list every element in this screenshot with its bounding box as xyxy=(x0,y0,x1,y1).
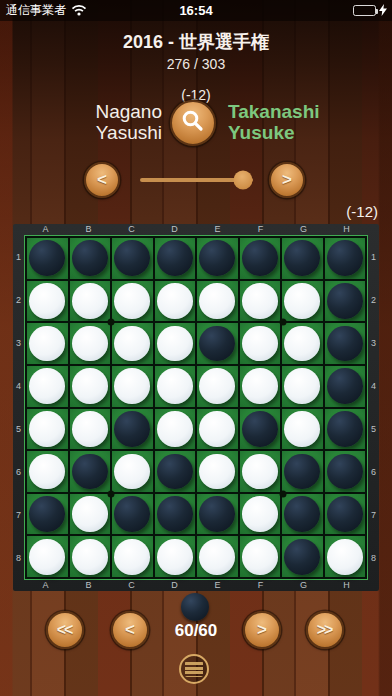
black-disc xyxy=(327,411,363,447)
black-disc xyxy=(284,240,320,276)
board-cell-c7[interactable] xyxy=(112,494,153,535)
white-disc xyxy=(72,326,108,362)
board-cell-d6[interactable] xyxy=(155,451,196,492)
board-cell-b6[interactable] xyxy=(70,451,111,492)
board-col-labels-top: ABCDEFGH xyxy=(24,224,368,235)
col-label-c: C xyxy=(110,224,153,235)
row-label-8: 8 xyxy=(368,537,379,580)
star-point xyxy=(280,491,287,498)
board-cell-f6[interactable] xyxy=(240,451,281,492)
white-disc xyxy=(327,539,363,575)
white-disc xyxy=(157,539,193,575)
board-cell-f5[interactable] xyxy=(240,409,281,450)
board-grid xyxy=(25,236,367,579)
board-cell-h8[interactable] xyxy=(325,536,366,577)
white-disc xyxy=(242,454,278,490)
board-cell-c8[interactable] xyxy=(112,536,153,577)
white-disc xyxy=(29,539,65,575)
board-cell-e3[interactable] xyxy=(197,323,238,364)
battery-icon xyxy=(353,5,376,16)
white-disc xyxy=(242,283,278,319)
board-cell-g7[interactable] xyxy=(282,494,323,535)
white-disc xyxy=(72,496,108,532)
black-disc xyxy=(29,240,65,276)
board-score-diff-label: (-12) xyxy=(346,203,378,220)
col-label-h: H xyxy=(325,580,368,591)
col-label-a: A xyxy=(24,224,67,235)
black-disc xyxy=(327,368,363,404)
board-cell-d3[interactable] xyxy=(155,323,196,364)
board-cell-b8[interactable] xyxy=(70,536,111,577)
row-label-4: 4 xyxy=(13,364,24,407)
black-disc xyxy=(327,283,363,319)
board-cell-f8[interactable] xyxy=(240,536,281,577)
col-label-d: D xyxy=(153,224,196,235)
white-disc xyxy=(199,539,235,575)
game-index: 276 / 303 xyxy=(0,56,392,72)
board-col-labels-bottom: ABCDEFGH xyxy=(24,580,368,591)
board-cell-d4[interactable] xyxy=(155,366,196,407)
board-cell-f4[interactable] xyxy=(240,366,281,407)
board-cell-g1[interactable] xyxy=(282,238,323,279)
white-disc xyxy=(242,539,278,575)
col-label-d: D xyxy=(153,580,196,591)
col-label-g: G xyxy=(282,580,325,591)
board-cell-c3[interactable] xyxy=(112,323,153,364)
status-bar: 通信事業者 16:54 xyxy=(0,0,392,21)
white-disc xyxy=(29,454,65,490)
board-cell-h7[interactable] xyxy=(325,494,366,535)
star-point xyxy=(108,491,115,498)
white-disc xyxy=(157,368,193,404)
othello-board: ABCDEFGH 12345678 12345678 ABCDEFGH xyxy=(13,224,379,591)
board-cell-b4[interactable] xyxy=(70,366,111,407)
white-disc xyxy=(72,368,108,404)
col-label-b: B xyxy=(67,224,110,235)
board-cell-a6[interactable] xyxy=(27,451,68,492)
col-label-f: F xyxy=(239,224,282,235)
white-disc xyxy=(199,283,235,319)
white-disc xyxy=(157,326,193,362)
board-cell-b2[interactable] xyxy=(70,281,111,322)
board-cell-a4[interactable] xyxy=(27,366,68,407)
row-label-6: 6 xyxy=(368,451,379,494)
white-disc xyxy=(199,411,235,447)
board-cell-a8[interactable] xyxy=(27,536,68,577)
turn-indicator-black-disc xyxy=(181,593,209,621)
board-cell-g5[interactable] xyxy=(282,409,323,450)
col-label-g: G xyxy=(282,224,325,235)
board-cell-c4[interactable] xyxy=(112,366,153,407)
board-cell-c2[interactable] xyxy=(112,281,153,322)
board-cell-e5[interactable] xyxy=(197,409,238,450)
board-cell-a5[interactable] xyxy=(27,409,68,450)
black-disc xyxy=(242,240,278,276)
white-disc xyxy=(242,496,278,532)
black-disc xyxy=(284,539,320,575)
clock: 16:54 xyxy=(0,3,392,18)
black-player-name: TakanashiYusuke xyxy=(228,101,320,143)
board-surface xyxy=(24,235,368,580)
black-disc xyxy=(284,454,320,490)
black-disc xyxy=(242,411,278,447)
row-label-1: 1 xyxy=(368,235,379,278)
board-cell-c5[interactable] xyxy=(112,409,153,450)
col-label-h: H xyxy=(325,224,368,235)
black-disc xyxy=(199,240,235,276)
col-label-b: B xyxy=(67,580,110,591)
black-disc xyxy=(199,326,235,362)
black-disc xyxy=(157,454,193,490)
board-cell-a3[interactable] xyxy=(27,323,68,364)
row-label-7: 7 xyxy=(13,494,24,537)
magnifier-icon xyxy=(180,108,206,138)
board-cell-e2[interactable] xyxy=(197,281,238,322)
white-player-name: NaganoYasushi xyxy=(95,101,162,143)
board-cell-e7[interactable] xyxy=(197,494,238,535)
board-cell-g6[interactable] xyxy=(282,451,323,492)
board-cell-f1[interactable] xyxy=(240,238,281,279)
black-disc xyxy=(327,496,363,532)
black-disc xyxy=(284,496,320,532)
page-title: 2016 - 世界選手権 xyxy=(0,30,392,54)
board-cell-e1[interactable] xyxy=(197,238,238,279)
white-disc xyxy=(114,326,150,362)
game-timeline-slider[interactable] xyxy=(140,170,253,190)
white-disc xyxy=(29,326,65,362)
board-cell-e6[interactable] xyxy=(197,451,238,492)
board-cell-e4[interactable] xyxy=(197,366,238,407)
board-row-labels-right: 12345678 xyxy=(368,235,379,580)
white-disc xyxy=(284,283,320,319)
black-disc xyxy=(72,454,108,490)
row-label-6: 6 xyxy=(13,451,24,494)
white-disc xyxy=(114,539,150,575)
black-disc xyxy=(72,240,108,276)
board-cell-d7[interactable] xyxy=(155,494,196,535)
white-disc xyxy=(242,368,278,404)
row-label-5: 5 xyxy=(368,408,379,451)
col-label-e: E xyxy=(196,224,239,235)
row-label-7: 7 xyxy=(368,494,379,537)
black-disc xyxy=(114,411,150,447)
black-disc xyxy=(114,496,150,532)
slider-knob[interactable] xyxy=(233,171,252,190)
board-cell-g8[interactable] xyxy=(282,536,323,577)
white-disc xyxy=(284,411,320,447)
white-disc xyxy=(284,368,320,404)
row-label-2: 2 xyxy=(368,278,379,321)
charging-bolt-icon xyxy=(379,2,387,20)
row-label-5: 5 xyxy=(13,408,24,451)
white-disc xyxy=(29,411,65,447)
board-cell-b7[interactable] xyxy=(70,494,111,535)
board-row-labels-left: 12345678 xyxy=(13,235,24,580)
black-disc xyxy=(29,496,65,532)
board-cell-f3[interactable] xyxy=(240,323,281,364)
black-disc xyxy=(157,240,193,276)
first-move-button[interactable]: << xyxy=(46,611,84,649)
black-disc xyxy=(199,496,235,532)
white-disc xyxy=(72,283,108,319)
menu-stripes-icon xyxy=(185,661,203,677)
next-game-button[interactable]: > xyxy=(269,162,305,198)
next-move-button[interactable]: > xyxy=(243,611,281,649)
prev-move-button[interactable]: < xyxy=(111,611,149,649)
board-cell-d1[interactable] xyxy=(155,238,196,279)
row-label-4: 4 xyxy=(368,364,379,407)
white-disc xyxy=(157,411,193,447)
board-cell-b1[interactable] xyxy=(70,238,111,279)
board-cell-c1[interactable] xyxy=(112,238,153,279)
row-label-2: 2 xyxy=(13,278,24,321)
white-disc xyxy=(199,454,235,490)
search-game-button[interactable] xyxy=(170,100,216,146)
board-cell-h1[interactable] xyxy=(325,238,366,279)
white-disc xyxy=(114,283,150,319)
white-disc xyxy=(72,411,108,447)
last-move-button[interactable]: >> xyxy=(306,611,344,649)
board-cell-h6[interactable] xyxy=(325,451,366,492)
menu-button[interactable] xyxy=(179,654,209,684)
col-label-f: F xyxy=(239,580,282,591)
black-disc xyxy=(327,326,363,362)
board-cell-g3[interactable] xyxy=(282,323,323,364)
board-cell-b3[interactable] xyxy=(70,323,111,364)
star-point xyxy=(108,319,115,326)
black-disc xyxy=(157,496,193,532)
board-cell-a1[interactable] xyxy=(27,238,68,279)
prev-game-button[interactable]: < xyxy=(84,162,120,198)
othello-app: 通信事業者 16:54 2016 - 世界選手権 276 / 303 (-12)… xyxy=(0,0,392,696)
black-disc xyxy=(114,240,150,276)
move-counter: 60/60 xyxy=(150,621,242,641)
star-point xyxy=(280,319,287,326)
board-cell-h3[interactable] xyxy=(325,323,366,364)
board-cell-a2[interactable] xyxy=(27,281,68,322)
board-cell-c6[interactable] xyxy=(112,451,153,492)
row-label-3: 3 xyxy=(368,321,379,364)
white-disc xyxy=(242,326,278,362)
board-cell-a7[interactable] xyxy=(27,494,68,535)
row-label-1: 1 xyxy=(13,235,24,278)
white-disc xyxy=(72,539,108,575)
col-label-c: C xyxy=(110,580,153,591)
board-cell-d5[interactable] xyxy=(155,409,196,450)
white-disc xyxy=(199,368,235,404)
white-disc xyxy=(284,326,320,362)
row-label-8: 8 xyxy=(13,537,24,580)
board-cell-h4[interactable] xyxy=(325,366,366,407)
board-cell-f2[interactable] xyxy=(240,281,281,322)
board-cell-g2[interactable] xyxy=(282,281,323,322)
white-disc xyxy=(29,283,65,319)
col-label-e: E xyxy=(196,580,239,591)
board-cell-h5[interactable] xyxy=(325,409,366,450)
white-disc xyxy=(114,454,150,490)
col-label-a: A xyxy=(24,580,67,591)
board-cell-h2[interactable] xyxy=(325,281,366,322)
board-cell-d8[interactable] xyxy=(155,536,196,577)
board-cell-f7[interactable] xyxy=(240,494,281,535)
row-label-3: 3 xyxy=(13,321,24,364)
black-disc xyxy=(327,454,363,490)
white-disc xyxy=(157,283,193,319)
board-cell-d2[interactable] xyxy=(155,281,196,322)
black-disc xyxy=(327,240,363,276)
white-disc xyxy=(114,368,150,404)
board-cell-e8[interactable] xyxy=(197,536,238,577)
board-cell-b5[interactable] xyxy=(70,409,111,450)
white-disc xyxy=(29,368,65,404)
board-cell-g4[interactable] xyxy=(282,366,323,407)
